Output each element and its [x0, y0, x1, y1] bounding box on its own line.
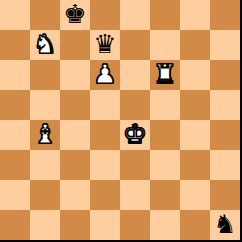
square-a2[interactable] [0, 180, 30, 210]
square-e7[interactable] [120, 30, 150, 60]
chess-board: ♚♞♛♟♜♝♚♞ [0, 0, 242, 242]
square-c2[interactable] [60, 180, 90, 210]
square-c1[interactable] [60, 210, 90, 240]
square-g6[interactable] [180, 60, 210, 90]
square-d8[interactable] [90, 0, 120, 30]
square-b8[interactable] [30, 0, 60, 30]
square-d4[interactable] [90, 120, 120, 150]
square-a7[interactable] [0, 30, 30, 60]
square-b1[interactable] [30, 210, 60, 240]
square-d5[interactable] [90, 90, 120, 120]
square-d2[interactable] [90, 180, 120, 210]
square-a1[interactable] [0, 210, 30, 240]
square-b6[interactable] [30, 60, 60, 90]
square-b7[interactable]: ♞ [30, 30, 60, 60]
square-g8[interactable] [180, 0, 210, 30]
square-f7[interactable] [150, 30, 180, 60]
piece-white-rook[interactable]: ♜ [153, 59, 176, 89]
square-f2[interactable] [150, 180, 180, 210]
square-g1[interactable] [180, 210, 210, 240]
square-a5[interactable] [0, 90, 30, 120]
square-b2[interactable] [30, 180, 60, 210]
square-b5[interactable] [30, 90, 60, 120]
square-e8[interactable] [120, 0, 150, 30]
square-h1[interactable]: ♞ [210, 210, 240, 240]
piece-black-queen[interactable]: ♛ [93, 29, 116, 59]
square-c3[interactable] [60, 150, 90, 180]
square-f5[interactable] [150, 90, 180, 120]
square-e5[interactable] [120, 90, 150, 120]
square-h8[interactable] [210, 0, 240, 30]
piece-black-king[interactable]: ♚ [63, 0, 86, 29]
square-h4[interactable] [210, 120, 240, 150]
square-h5[interactable] [210, 90, 240, 120]
square-c8[interactable]: ♚ [60, 0, 90, 30]
square-b4[interactable]: ♝ [30, 120, 60, 150]
square-b3[interactable] [30, 150, 60, 180]
square-d6[interactable]: ♟ [90, 60, 120, 90]
piece-white-king[interactable]: ♚ [123, 119, 146, 149]
square-f3[interactable] [150, 150, 180, 180]
square-c5[interactable] [60, 90, 90, 120]
square-c6[interactable] [60, 60, 90, 90]
square-e1[interactable] [120, 210, 150, 240]
square-h7[interactable] [210, 30, 240, 60]
square-h6[interactable] [210, 60, 240, 90]
square-a4[interactable] [0, 120, 30, 150]
square-d3[interactable] [90, 150, 120, 180]
square-f1[interactable] [150, 210, 180, 240]
square-g3[interactable] [180, 150, 210, 180]
square-d7[interactable]: ♛ [90, 30, 120, 60]
square-h3[interactable] [210, 150, 240, 180]
square-g5[interactable] [180, 90, 210, 120]
square-c7[interactable] [60, 30, 90, 60]
square-e6[interactable] [120, 60, 150, 90]
piece-white-knight[interactable]: ♞ [33, 29, 56, 59]
square-f6[interactable]: ♜ [150, 60, 180, 90]
square-g7[interactable] [180, 30, 210, 60]
piece-black-knight[interactable]: ♞ [213, 209, 236, 239]
piece-white-bishop[interactable]: ♝ [33, 119, 56, 149]
square-c4[interactable] [60, 120, 90, 150]
square-f4[interactable] [150, 120, 180, 150]
square-e4[interactable]: ♚ [120, 120, 150, 150]
square-f8[interactable] [150, 0, 180, 30]
square-h2[interactable] [210, 180, 240, 210]
square-d1[interactable] [90, 210, 120, 240]
piece-white-pawn[interactable]: ♟ [93, 59, 116, 89]
square-a8[interactable] [0, 0, 30, 30]
square-e3[interactable] [120, 150, 150, 180]
square-a3[interactable] [0, 150, 30, 180]
square-e2[interactable] [120, 180, 150, 210]
square-g4[interactable] [180, 120, 210, 150]
square-a6[interactable] [0, 60, 30, 90]
square-g2[interactable] [180, 180, 210, 210]
chess-board-container: ♚♞♛♟♜♝♚♞ [0, 0, 242, 242]
